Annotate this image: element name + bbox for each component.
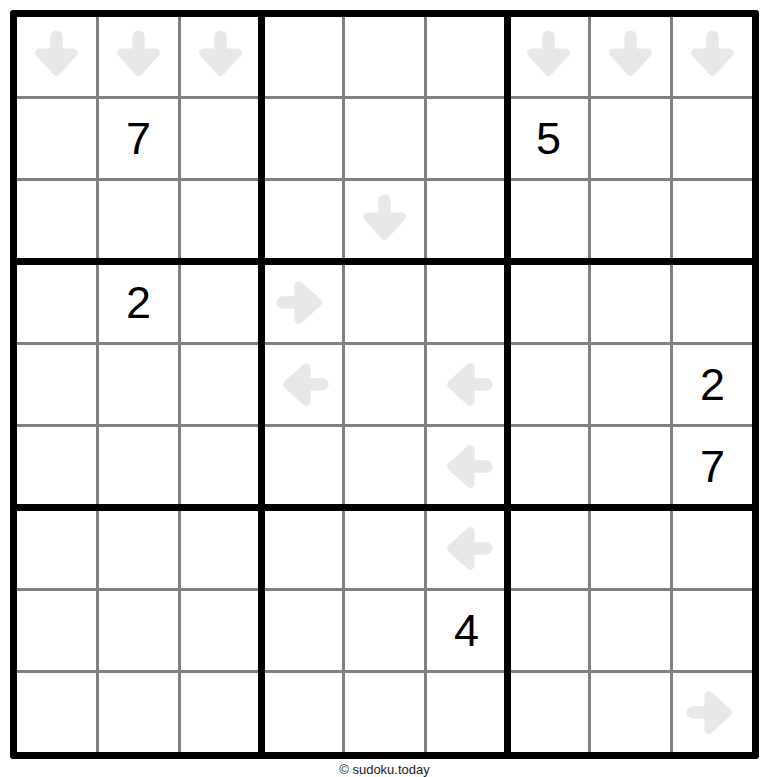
arrow-left-icon <box>438 438 495 495</box>
cell-r6c6[interactable] <box>427 427 506 506</box>
given-digit: 2 <box>700 362 725 407</box>
cell-r7c4[interactable] <box>263 509 342 588</box>
given-digit: 7 <box>126 116 151 161</box>
cell-r2c8[interactable] <box>591 99 670 178</box>
cell-r9c8[interactable] <box>591 673 670 752</box>
cell-r9c2[interactable] <box>99 673 178 752</box>
cell-r6c1[interactable] <box>17 427 96 506</box>
cell-r5c2[interactable] <box>99 345 178 424</box>
cell-r9c1[interactable] <box>17 673 96 752</box>
cell-r4c7[interactable] <box>509 263 588 342</box>
cell-r9c5[interactable] <box>345 673 424 752</box>
cell-r4c6[interactable] <box>427 263 506 342</box>
arrow-down-icon <box>602 28 659 85</box>
cell-r8c6[interactable]: 4 <box>427 591 506 670</box>
cell-r5c7[interactable] <box>509 345 588 424</box>
cell-r5c4[interactable] <box>263 345 342 424</box>
cell-r9c4[interactable] <box>263 673 342 752</box>
cell-r5c9[interactable]: 2 <box>673 345 752 424</box>
cell-r6c4[interactable] <box>263 427 342 506</box>
given-digit: 7 <box>700 444 725 489</box>
box-border-vertical-right <box>504 15 511 754</box>
given-digit: 5 <box>536 116 561 161</box>
box-border-horizontal-bottom <box>15 504 754 511</box>
arrow-down-icon <box>520 28 577 85</box>
cell-r7c3[interactable] <box>181 509 260 588</box>
cell-r7c6[interactable] <box>427 509 506 588</box>
cell-r8c2[interactable] <box>99 591 178 670</box>
cell-r1c8[interactable] <box>591 17 670 96</box>
given-digit: 2 <box>126 280 151 325</box>
cell-r7c5[interactable] <box>345 509 424 588</box>
copyright-text: © sudoku.today <box>10 762 759 777</box>
cell-r2c5[interactable] <box>345 99 424 178</box>
cell-r6c3[interactable] <box>181 427 260 506</box>
cell-r9c3[interactable] <box>181 673 260 752</box>
arrow-down-icon <box>684 28 741 85</box>
cell-r7c1[interactable] <box>17 509 96 588</box>
arrow-down-icon <box>192 28 249 85</box>
cell-r1c9[interactable] <box>673 17 752 96</box>
arrow-left-icon <box>438 356 495 413</box>
cell-r3c3[interactable] <box>181 181 260 260</box>
cell-r9c6[interactable] <box>427 673 506 752</box>
cell-r5c1[interactable] <box>17 345 96 424</box>
cell-r4c3[interactable] <box>181 263 260 342</box>
arrow-right-icon <box>684 684 741 741</box>
cell-r6c2[interactable] <box>99 427 178 506</box>
cell-r2c7[interactable]: 5 <box>509 99 588 178</box>
cell-r5c6[interactable] <box>427 345 506 424</box>
cell-r3c8[interactable] <box>591 181 670 260</box>
cell-r8c3[interactable] <box>181 591 260 670</box>
cell-r2c4[interactable] <box>263 99 342 178</box>
cell-r2c2[interactable]: 7 <box>99 99 178 178</box>
cell-r1c3[interactable] <box>181 17 260 96</box>
puzzle-page: 752274 © sudoku.today <box>0 0 767 777</box>
cell-r9c9[interactable] <box>673 673 752 752</box>
cell-r7c9[interactable] <box>673 509 752 588</box>
cell-r3c9[interactable] <box>673 181 752 260</box>
cell-r7c7[interactable] <box>509 509 588 588</box>
cell-r5c3[interactable] <box>181 345 260 424</box>
cell-r4c9[interactable] <box>673 263 752 342</box>
cell-r1c5[interactable] <box>345 17 424 96</box>
cell-r3c7[interactable] <box>509 181 588 260</box>
cell-r1c1[interactable] <box>17 17 96 96</box>
cell-r5c5[interactable] <box>345 345 424 424</box>
cell-r9c7[interactable] <box>509 673 588 752</box>
cell-r3c2[interactable] <box>99 181 178 260</box>
arrow-right-icon <box>274 274 331 331</box>
arrow-left-icon <box>438 520 495 577</box>
cell-r4c1[interactable] <box>17 263 96 342</box>
cell-r4c2[interactable]: 2 <box>99 263 178 342</box>
cell-r3c6[interactable] <box>427 181 506 260</box>
cell-r6c5[interactable] <box>345 427 424 506</box>
arrow-down-icon <box>356 192 413 249</box>
cell-r1c4[interactable] <box>263 17 342 96</box>
board: 752274 <box>10 10 759 759</box>
cell-r8c5[interactable] <box>345 591 424 670</box>
cell-r6c7[interactable] <box>509 427 588 506</box>
cell-r1c7[interactable] <box>509 17 588 96</box>
cell-r4c8[interactable] <box>591 263 670 342</box>
cell-r3c1[interactable] <box>17 181 96 260</box>
cell-r2c3[interactable] <box>181 99 260 178</box>
cell-r1c2[interactable] <box>99 17 178 96</box>
cell-r3c4[interactable] <box>263 181 342 260</box>
cell-r8c9[interactable] <box>673 591 752 670</box>
cell-r8c1[interactable] <box>17 591 96 670</box>
arrow-left-icon <box>274 356 331 413</box>
cell-r5c8[interactable] <box>591 345 670 424</box>
given-digit: 4 <box>454 608 479 653</box>
arrow-down-icon <box>28 28 85 85</box>
box-border-vertical-left <box>258 15 265 754</box>
cell-r4c4[interactable] <box>263 263 342 342</box>
box-border-horizontal-top <box>15 258 754 265</box>
cell-r3c5[interactable] <box>345 181 424 260</box>
cell-r7c2[interactable] <box>99 509 178 588</box>
cell-r6c8[interactable] <box>591 427 670 506</box>
cell-r8c7[interactable] <box>509 591 588 670</box>
cell-r4c5[interactable] <box>345 263 424 342</box>
cell-r2c9[interactable] <box>673 99 752 178</box>
cell-r1c6[interactable] <box>427 17 506 96</box>
cell-r2c6[interactable] <box>427 99 506 178</box>
cell-r8c4[interactable] <box>263 591 342 670</box>
arrow-down-icon <box>110 28 167 85</box>
cell-r2c1[interactable] <box>17 99 96 178</box>
cell-r8c8[interactable] <box>591 591 670 670</box>
cell-r7c8[interactable] <box>591 509 670 588</box>
cell-r6c9[interactable]: 7 <box>673 427 752 506</box>
